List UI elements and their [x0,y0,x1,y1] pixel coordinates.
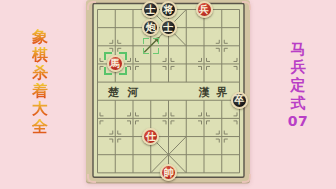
formation-number: 07 [288,114,308,129]
banner-char: 着 [32,83,48,99]
board-corner-ornament [87,174,94,181]
video-frame: 象棋杀着大全 楚河漢界 士将兵炮士馬卒仕帥 马兵定式07 [0,0,336,189]
banner-char: 定 [291,78,306,93]
piece-black-pawn[interactable]: 卒 [231,92,248,109]
piece-black-advisor-right[interactable]: 士 [160,19,177,36]
banner-char: 马 [291,42,306,57]
river-label: 楚 [107,86,120,99]
banner-char: 杀 [32,65,48,81]
xiangqi-board[interactable]: 楚河漢界 士将兵炮士馬卒仕帥 [86,0,250,182]
river-label: 界 [215,86,227,99]
banner-char: 全 [32,119,48,135]
banner-char: 象 [32,29,48,45]
left-title-banner: 象棋杀着大全 [24,29,56,135]
banner-char: 式 [291,96,306,111]
river-label: 漢 [198,86,211,99]
piece-red-pawn[interactable]: 兵 [196,1,213,18]
board-corner-ornament [242,174,249,181]
right-title-banner: 马兵定式07 [282,42,314,129]
banner-char: 棋 [32,47,48,63]
board-corner-ornament [87,1,94,8]
banner-char: 兵 [291,60,306,75]
board-corner-ornament [242,1,249,8]
piece-black-general[interactable]: 将 [160,1,177,18]
banner-char: 大 [32,101,48,117]
river-label: 河 [127,86,139,99]
